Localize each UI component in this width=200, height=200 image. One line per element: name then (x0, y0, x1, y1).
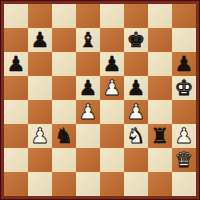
square-g4[interactable] (148, 100, 172, 124)
square-a8[interactable] (4, 4, 28, 28)
square-b5[interactable] (28, 76, 52, 100)
square-d5[interactable]: ♟ (76, 76, 100, 100)
square-g3[interactable]: ♜ (148, 124, 172, 148)
square-e6[interactable]: ♟ (100, 52, 124, 76)
piece-white-queen: ♛ (175, 148, 194, 172)
piece-white-knight: ♞ (127, 124, 146, 148)
square-a4[interactable] (4, 100, 28, 124)
square-h4[interactable] (172, 100, 196, 124)
piece-white-pawn: ♟ (127, 100, 146, 124)
piece-black-pawn: ♟ (175, 52, 194, 76)
piece-black-bishop: ♝ (79, 28, 98, 52)
piece-black-pawn: ♟ (103, 52, 122, 76)
square-b6[interactable] (28, 52, 52, 76)
square-f5[interactable]: ♟ (124, 76, 148, 100)
square-g5[interactable] (148, 76, 172, 100)
square-b3[interactable]: ♟ (28, 124, 52, 148)
square-h6[interactable]: ♟ (172, 52, 196, 76)
square-d2[interactable] (76, 148, 100, 172)
square-e1[interactable] (100, 172, 124, 196)
piece-black-knight: ♞ (55, 124, 74, 148)
square-d6[interactable] (76, 52, 100, 76)
square-f1[interactable] (124, 172, 148, 196)
piece-black-king: ♚ (127, 28, 146, 52)
board-frame: ♟♝♚♟♟♟♟♟♟♚♟♟♟♞♞♜♟♛ (0, 0, 200, 200)
square-d7[interactable]: ♝ (76, 28, 100, 52)
square-g2[interactable] (148, 148, 172, 172)
square-c5[interactable] (52, 76, 76, 100)
square-b8[interactable] (28, 4, 52, 28)
square-h8[interactable] (172, 4, 196, 28)
square-a6[interactable]: ♟ (4, 52, 28, 76)
piece-white-pawn: ♟ (31, 124, 50, 148)
square-g1[interactable] (148, 172, 172, 196)
piece-white-pawn: ♟ (175, 124, 194, 148)
piece-black-rook: ♜ (151, 124, 170, 148)
square-f8[interactable] (124, 4, 148, 28)
square-c3[interactable]: ♞ (52, 124, 76, 148)
square-c4[interactable] (52, 100, 76, 124)
chess-board: ♟♝♚♟♟♟♟♟♟♚♟♟♟♞♞♜♟♛ (4, 4, 196, 196)
square-e7[interactable] (100, 28, 124, 52)
square-c7[interactable] (52, 28, 76, 52)
square-f6[interactable] (124, 52, 148, 76)
piece-black-pawn: ♟ (79, 76, 98, 100)
square-c8[interactable] (52, 4, 76, 28)
square-f4[interactable]: ♟ (124, 100, 148, 124)
piece-white-king: ♚ (175, 76, 194, 100)
square-g7[interactable] (148, 28, 172, 52)
square-e5[interactable]: ♟ (100, 76, 124, 100)
square-b2[interactable] (28, 148, 52, 172)
square-h2[interactable]: ♛ (172, 148, 196, 172)
square-e3[interactable] (100, 124, 124, 148)
square-a2[interactable] (4, 148, 28, 172)
square-e2[interactable] (100, 148, 124, 172)
square-e4[interactable] (100, 100, 124, 124)
square-a1[interactable] (4, 172, 28, 196)
piece-black-pawn: ♟ (31, 28, 50, 52)
piece-white-pawn: ♟ (79, 100, 98, 124)
square-a5[interactable] (4, 76, 28, 100)
square-h7[interactable] (172, 28, 196, 52)
square-c6[interactable] (52, 52, 76, 76)
square-f2[interactable] (124, 148, 148, 172)
square-e8[interactable] (100, 4, 124, 28)
square-b7[interactable]: ♟ (28, 28, 52, 52)
piece-black-pawn: ♟ (127, 76, 146, 100)
piece-white-pawn: ♟ (103, 76, 122, 100)
square-c1[interactable] (52, 172, 76, 196)
square-h1[interactable] (172, 172, 196, 196)
piece-black-pawn: ♟ (7, 52, 26, 76)
square-d3[interactable] (76, 124, 100, 148)
square-d4[interactable]: ♟ (76, 100, 100, 124)
square-b4[interactable] (28, 100, 52, 124)
square-a7[interactable] (4, 28, 28, 52)
square-f3[interactable]: ♞ (124, 124, 148, 148)
square-b1[interactable] (28, 172, 52, 196)
square-f7[interactable]: ♚ (124, 28, 148, 52)
square-d8[interactable] (76, 4, 100, 28)
square-g6[interactable] (148, 52, 172, 76)
square-c2[interactable] (52, 148, 76, 172)
square-h5[interactable]: ♚ (172, 76, 196, 100)
square-g8[interactable] (148, 4, 172, 28)
square-h3[interactable]: ♟ (172, 124, 196, 148)
square-a3[interactable] (4, 124, 28, 148)
square-d1[interactable] (76, 172, 100, 196)
